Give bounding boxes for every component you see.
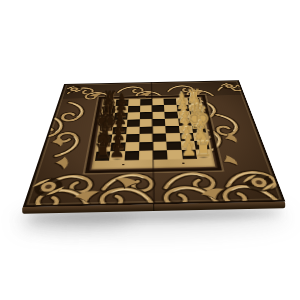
square-e6: [125, 127, 139, 135]
board-tilt-wrapper: ♜♟♟♜♞♟♟♞♝♟♟♝♛♟♟♛♚♟♟♚♝♟♟♝♞♟♟♞♜♟♟♜: [0, 0, 300, 300]
fold-seam-notch: [153, 204, 154, 211]
piece-white-pawn: ♟: [181, 142, 197, 159]
square-f6: [125, 134, 139, 142]
square-f3: [166, 133, 180, 141]
square-h7: ♟: [109, 151, 124, 160]
chess-board: ♜♟♟♜♞♟♟♞♝♟♟♝♛♟♟♛♚♟♟♚♝♟♟♝♞♟♟♞♜♟♟♜: [22, 80, 285, 207]
square-h2: ♟: [181, 150, 197, 159]
piece-black-pawn: ♟: [108, 143, 124, 160]
square-g3: [166, 142, 181, 151]
product-photo-chess-set: ♜♟♟♜♞♟♟♞♝♟♟♝♛♟♟♛♚♟♟♚♝♟♟♝♞♟♟♞♜♟♟♜: [0, 0, 300, 300]
square-f5: [139, 134, 153, 142]
square-f4: [152, 134, 166, 142]
square-h8: ♜: [94, 152, 110, 161]
square-h1: ♜: [195, 150, 211, 159]
